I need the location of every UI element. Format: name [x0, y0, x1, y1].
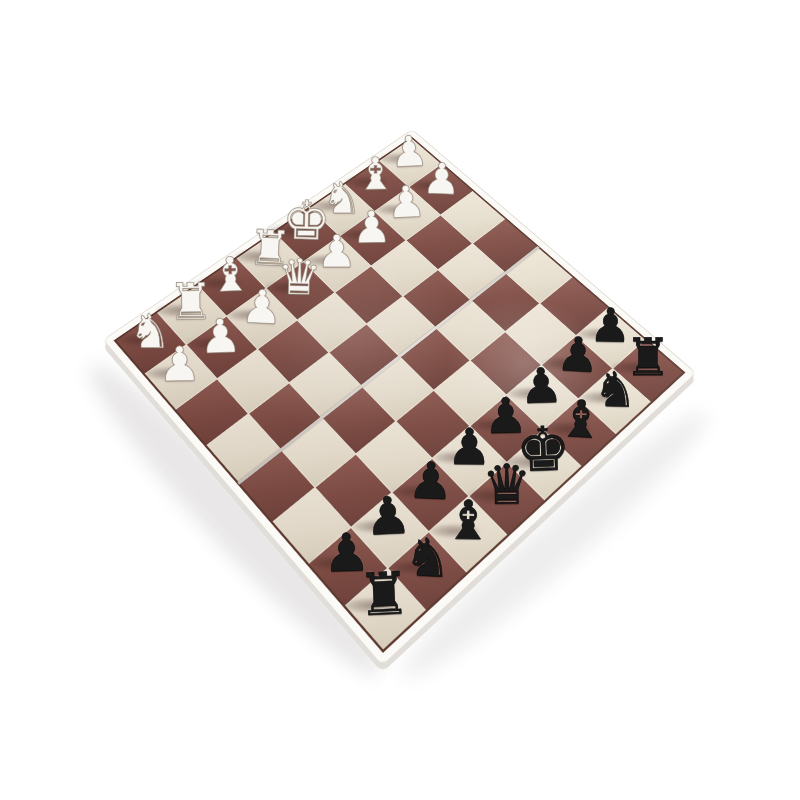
piece-white-pawn-f2: ♟	[352, 205, 393, 250]
piece-white-pawn-g2: ♟	[386, 180, 427, 225]
product-photo-stage: ♟♝♞♚♜♝♜♞♟♟♟♟♛♟♟♟♟♟♟♟♟♟♟♟♜♞♝♚♛♝♞♜	[0, 0, 800, 800]
piece-white-pawn-c2: ♟	[240, 283, 284, 331]
piece-black-knight-b8: ♞	[403, 531, 452, 585]
piece-white-pawn-b2: ♟	[199, 311, 243, 360]
piece-white-pawn-e2: ♟	[316, 231, 356, 276]
piece-white-queen-d2: ♛	[277, 253, 323, 304]
piece-black-rook-a8: ♜	[356, 564, 411, 625]
piece-white-pawn-a2: ♟	[158, 341, 201, 389]
piece-white-pawn-h2: ♟	[421, 157, 461, 201]
